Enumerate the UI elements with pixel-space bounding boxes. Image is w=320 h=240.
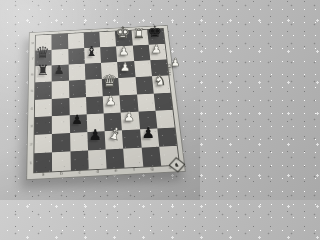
square-g4	[137, 93, 156, 111]
rank-label-1: 1	[27, 153, 34, 173]
chess-board: abcdefgh abcdefgh 87654321 Chess ♞	[26, 25, 186, 180]
file-label-g: g	[143, 165, 162, 171]
square-a7	[35, 50, 51, 67]
square-d7	[84, 47, 101, 64]
square-f6	[117, 61, 135, 78]
file-label-a: a	[34, 171, 52, 177]
board-grid	[34, 29, 179, 173]
square-b6	[52, 65, 69, 82]
square-b8	[52, 34, 68, 50]
square-f2	[122, 129, 141, 148]
square-d8	[83, 32, 100, 48]
file-label-c: c	[70, 169, 88, 175]
square-a3	[35, 116, 52, 135]
square-g5	[135, 77, 153, 95]
square-b4	[52, 98, 69, 116]
square-c6	[68, 64, 85, 81]
square-e5	[102, 78, 120, 96]
square-g8	[131, 30, 148, 46]
square-d3	[86, 113, 104, 132]
square-f4	[120, 94, 138, 112]
rank-label-4: 4	[28, 99, 35, 117]
square-c7	[68, 48, 85, 65]
rank-label-7: 7	[29, 51, 35, 67]
square-a4	[35, 99, 52, 117]
square-e2	[105, 130, 124, 149]
rank-label-8: 8	[29, 35, 35, 51]
square-c3	[69, 114, 87, 133]
square-c4	[69, 97, 87, 115]
board-brand-text: Chess	[167, 64, 173, 76]
square-a8	[36, 35, 52, 51]
square-e7	[100, 46, 117, 63]
file-label-f: f	[125, 166, 143, 172]
square-f7	[116, 46, 133, 63]
square-e6	[101, 62, 119, 79]
file-label-e: e	[107, 167, 125, 173]
square-g7	[132, 45, 150, 61]
square-g3	[138, 110, 157, 129]
square-b2	[52, 133, 70, 152]
rank-label-6: 6	[29, 66, 36, 83]
square-b3	[52, 115, 70, 134]
rank-label-3: 3	[28, 117, 35, 135]
square-a2	[34, 134, 52, 153]
square-e4	[103, 95, 121, 113]
square-h4	[153, 92, 172, 110]
square-e3	[104, 112, 122, 131]
square-h3	[155, 110, 174, 129]
square-h2	[157, 127, 177, 146]
square-h7	[149, 44, 167, 60]
square-h6	[150, 60, 168, 77]
square-g6	[134, 60, 152, 77]
file-label-b: b	[52, 170, 70, 176]
square-d6	[85, 63, 102, 80]
square-d4	[86, 96, 104, 114]
square-f3	[121, 111, 140, 130]
file-label-d: d	[88, 168, 106, 174]
square-d2	[87, 131, 105, 150]
square-c5	[69, 80, 86, 98]
square-c8	[68, 33, 84, 49]
square-c2	[70, 132, 88, 151]
square-a6	[35, 66, 52, 83]
square-e8	[99, 31, 116, 47]
square-f5	[118, 77, 136, 95]
square-b7	[52, 49, 68, 66]
rank-label-2: 2	[28, 135, 35, 154]
square-a5	[35, 82, 52, 100]
rank-label-5: 5	[29, 83, 36, 100]
square-d5	[85, 79, 103, 97]
board-border: abcdefgh abcdefgh 87654321 Chess ♞	[26, 25, 186, 180]
square-g2	[140, 128, 159, 147]
square-f8	[115, 30, 132, 46]
square-b5	[52, 81, 69, 99]
square-h8	[147, 29, 165, 45]
knight-emblem-icon: ♞	[174, 162, 180, 168]
square-h5	[152, 76, 171, 94]
